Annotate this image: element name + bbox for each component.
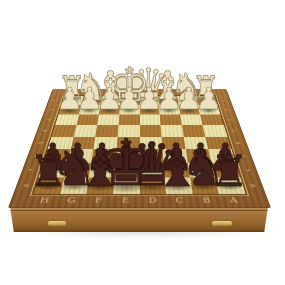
square-g6[interactable] [67,149,93,163]
square-f6[interactable] [91,149,116,163]
right-hinge-icon [212,221,232,226]
square-d5[interactable] [139,137,162,149]
square-f7[interactable] [89,163,115,178]
square-e5[interactable] [116,137,139,149]
square-d8[interactable] [139,178,166,195]
rank-labels-left-5: 5 [28,139,53,146]
square-d3[interactable] [139,115,160,126]
rank-labels-right-7: 7 [233,166,260,174]
square-c3[interactable] [159,115,181,126]
rank-labels-right-8: 8 [238,181,267,190]
square-c4[interactable] [160,125,183,136]
file-label-d: D [139,196,166,206]
box-seam [8,210,270,212]
square-e4[interactable] [117,125,139,136]
rank-labels-left-3: 3 [37,117,60,123]
square-e6[interactable] [115,149,139,163]
square-b7[interactable] [187,163,215,178]
board-grid [33,96,245,194]
square-f3[interactable] [97,115,119,126]
file-label-f: F [84,196,112,206]
square-d7[interactable] [139,163,164,178]
file-label-b: B [192,196,221,206]
square-c7[interactable] [163,163,189,178]
file-label-h: H [29,196,59,206]
square-d6[interactable] [139,149,163,163]
file-labels: HGFEDCBA [29,196,249,206]
square-f1[interactable] [100,96,120,105]
folding-box-front [8,207,270,232]
rank-labels-left-6: 6 [23,152,49,159]
file-label-g: G [57,196,86,206]
square-e7[interactable] [114,163,139,178]
square-f5[interactable] [93,137,117,149]
rank-labels-right-4: 4 [222,128,246,134]
rank-labels-left-4: 4 [33,128,57,134]
file-label-c: C [166,196,194,206]
square-c6[interactable] [162,149,187,163]
square-g4[interactable] [73,125,97,136]
square-b4[interactable] [181,125,205,136]
square-e1[interactable] [120,96,139,105]
rank-labels-left-1: 1 [45,98,66,103]
square-g8[interactable] [59,178,88,195]
square-e2[interactable] [119,105,139,115]
square-f4[interactable] [95,125,118,136]
square-b8[interactable] [189,178,218,195]
rank-labels-right-3: 3 [218,117,241,123]
rank-labels-right-2: 2 [215,107,237,112]
square-e8[interactable] [112,178,139,195]
square-b5[interactable] [183,137,208,149]
scene: HGFEDCBA 12345678 12345678 [0,0,285,285]
square-d2[interactable] [139,105,159,115]
square-d1[interactable] [139,96,158,105]
rank-labels-right-6: 6 [229,152,255,159]
left-hinge-icon [48,221,66,226]
square-b3[interactable] [180,115,203,126]
square-g7[interactable] [63,163,91,178]
square-c2[interactable] [158,105,179,115]
rank-labels-right-1: 1 [212,98,233,103]
square-g2[interactable] [78,105,100,115]
square-b6[interactable] [185,149,211,163]
square-g5[interactable] [70,137,95,149]
rank-labels-right-5: 5 [225,139,250,146]
square-c1[interactable] [158,96,178,105]
square-c5[interactable] [161,137,185,149]
chess-set-photo: HGFEDCBA 12345678 12345678 ♜♞♝♛♚♝♞♜♟♟♟♟♟… [0,0,285,285]
square-g3[interactable] [76,115,99,126]
file-label-e: E [112,196,139,206]
file-label-a: A [219,196,249,206]
rank-labels-left-2: 2 [41,107,63,112]
chess-board: HGFEDCBA 12345678 12345678 [8,89,271,208]
square-g1[interactable] [81,96,102,105]
square-f2[interactable] [98,105,119,115]
square-e3[interactable] [118,115,139,126]
square-d4[interactable] [139,125,161,136]
square-b1[interactable] [177,96,198,105]
square-f8[interactable] [86,178,114,195]
square-c8[interactable] [164,178,192,195]
square-b2[interactable] [178,105,200,115]
rank-labels-left-7: 7 [17,166,44,174]
rank-labels-left-8: 8 [11,181,40,190]
